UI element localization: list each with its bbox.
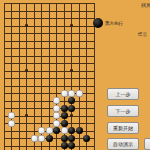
intersection-3-16[interactable] bbox=[23, 119, 31, 127]
intersection-3-8[interactable] bbox=[23, 59, 31, 67]
intersection-1-19[interactable] bbox=[8, 142, 16, 150]
intersection-3-15[interactable] bbox=[23, 112, 31, 120]
intersection-1-11[interactable] bbox=[8, 82, 16, 90]
intersection-9-5[interactable] bbox=[68, 37, 76, 45]
intersection-0-0[interactable] bbox=[0, 0, 8, 7]
intersection-4-8[interactable] bbox=[30, 59, 38, 67]
intersection-12-17[interactable] bbox=[90, 127, 98, 135]
black-stone bbox=[68, 135, 75, 142]
intersection-7-5[interactable] bbox=[53, 37, 61, 45]
intersection-5-18[interactable] bbox=[38, 134, 46, 142]
star-point bbox=[25, 114, 27, 116]
intersection-9-2[interactable] bbox=[68, 14, 76, 22]
intersection-9-12[interactable] bbox=[68, 89, 76, 97]
intersection-9-1[interactable] bbox=[68, 7, 76, 15]
intersection-0-17[interactable] bbox=[0, 127, 8, 135]
intersection-6-8[interactable] bbox=[45, 59, 53, 67]
star-point bbox=[70, 114, 72, 116]
intersection-0-12[interactable] bbox=[0, 89, 8, 97]
intersection-0-7[interactable] bbox=[0, 52, 8, 60]
intersection-1-17[interactable] bbox=[8, 127, 16, 135]
intersection-11-11[interactable] bbox=[83, 82, 91, 90]
intersection-5-4[interactable] bbox=[38, 29, 46, 37]
intersection-5-14[interactable] bbox=[38, 104, 46, 112]
intersection-3-19[interactable] bbox=[23, 142, 31, 150]
intersection-7-11[interactable] bbox=[53, 82, 61, 90]
intersection-6-19[interactable] bbox=[45, 142, 53, 150]
white-stone bbox=[61, 90, 68, 97]
go-app-screen: 黑方先行 残局 提示 上一步 下一步 重新开始 自动演示 bbox=[0, 0, 150, 150]
intersection-10-13[interactable] bbox=[75, 97, 83, 105]
intersection-2-16[interactable] bbox=[15, 119, 23, 127]
intersection-7-10[interactable] bbox=[53, 74, 61, 82]
intersection-5-9[interactable] bbox=[38, 67, 46, 75]
intersection-10-3[interactable] bbox=[75, 22, 83, 30]
intersection-1-5[interactable] bbox=[8, 37, 16, 45]
intersection-7-8[interactable] bbox=[53, 59, 61, 67]
intersection-4-13[interactable] bbox=[30, 97, 38, 105]
intersection-11-9[interactable] bbox=[83, 67, 91, 75]
intersection-7-4[interactable] bbox=[53, 29, 61, 37]
auto-demo-button[interactable]: 自动演示 bbox=[107, 138, 139, 150]
intersection-2-0[interactable] bbox=[15, 0, 23, 7]
intersection-0-3[interactable] bbox=[0, 22, 8, 30]
intersection-9-15[interactable] bbox=[68, 112, 76, 120]
intersection-4-4[interactable] bbox=[30, 29, 38, 37]
intersection-12-18[interactable] bbox=[90, 134, 98, 142]
intersection-4-5[interactable] bbox=[30, 37, 38, 45]
intersection-1-16[interactable] bbox=[8, 119, 16, 127]
white-stone bbox=[31, 135, 38, 142]
intersection-12-14[interactable] bbox=[90, 104, 98, 112]
intersection-10-19[interactable] bbox=[75, 142, 83, 150]
intersection-12-7[interactable] bbox=[90, 52, 98, 60]
intersection-3-12[interactable] bbox=[23, 89, 31, 97]
intersection-3-6[interactable] bbox=[23, 44, 31, 52]
intersection-7-12[interactable] bbox=[53, 89, 61, 97]
intersection-5-1[interactable] bbox=[38, 7, 46, 15]
intersection-7-17[interactable] bbox=[53, 127, 61, 135]
intersection-2-10[interactable] bbox=[15, 74, 23, 82]
intersection-2-12[interactable] bbox=[15, 89, 23, 97]
intersection-6-12[interactable] bbox=[45, 89, 53, 97]
intersection-1-14[interactable] bbox=[8, 104, 16, 112]
intersection-1-3[interactable] bbox=[8, 22, 16, 30]
intersection-3-18[interactable] bbox=[23, 134, 31, 142]
black-turn-stone-icon bbox=[93, 18, 103, 28]
star-point bbox=[70, 24, 72, 26]
intersection-9-7[interactable] bbox=[68, 52, 76, 60]
white-stone bbox=[53, 112, 60, 119]
intersection-4-3[interactable] bbox=[30, 22, 38, 30]
intersection-12-9[interactable] bbox=[90, 67, 98, 75]
intersection-10-8[interactable] bbox=[75, 59, 83, 67]
intersection-1-1[interactable] bbox=[8, 7, 16, 15]
intersection-5-19[interactable] bbox=[38, 142, 46, 150]
intersection-8-11[interactable] bbox=[60, 82, 68, 90]
intersection-11-4[interactable] bbox=[83, 29, 91, 37]
intersection-5-17[interactable] bbox=[38, 127, 46, 135]
intersection-8-16[interactable] bbox=[60, 119, 68, 127]
white-stone bbox=[46, 127, 53, 134]
intersection-0-14[interactable] bbox=[0, 104, 8, 112]
intersection-7-9[interactable] bbox=[53, 67, 61, 75]
intersection-2-1[interactable] bbox=[15, 7, 23, 15]
intersection-10-5[interactable] bbox=[75, 37, 83, 45]
intersection-3-10[interactable] bbox=[23, 74, 31, 82]
intersection-5-11[interactable] bbox=[38, 82, 46, 90]
intersection-12-12[interactable] bbox=[90, 89, 98, 97]
intersection-11-19[interactable] bbox=[83, 142, 91, 150]
intersection-0-1[interactable] bbox=[0, 7, 8, 15]
intersection-8-8[interactable] bbox=[60, 59, 68, 67]
intersection-2-15[interactable] bbox=[15, 112, 23, 120]
intersection-6-6[interactable] bbox=[45, 44, 53, 52]
intersection-12-13[interactable] bbox=[90, 97, 98, 105]
intersection-5-15[interactable] bbox=[38, 112, 46, 120]
intersection-4-1[interactable] bbox=[30, 7, 38, 15]
intersection-1-2[interactable] bbox=[8, 14, 16, 22]
black-stone bbox=[61, 112, 68, 119]
intersection-7-6[interactable] bbox=[53, 44, 61, 52]
intersection-4-17[interactable] bbox=[30, 127, 38, 135]
intersection-6-7[interactable] bbox=[45, 52, 53, 60]
intersection-1-13[interactable] bbox=[8, 97, 16, 105]
intersection-0-9[interactable] bbox=[0, 67, 8, 75]
white-stone bbox=[53, 120, 60, 127]
intersection-6-2[interactable] bbox=[45, 14, 53, 22]
intersection-7-7[interactable] bbox=[53, 52, 61, 60]
intersection-2-6[interactable] bbox=[15, 44, 23, 52]
intersection-3-7[interactable] bbox=[23, 52, 31, 60]
intersection-11-2[interactable] bbox=[83, 14, 91, 22]
intersection-12-0[interactable] bbox=[90, 0, 98, 7]
intersection-1-12[interactable] bbox=[8, 89, 16, 97]
intersection-7-0[interactable] bbox=[53, 0, 61, 7]
intersection-12-16[interactable] bbox=[90, 119, 98, 127]
intersection-4-19[interactable] bbox=[30, 142, 38, 150]
white-stone bbox=[38, 135, 45, 142]
intersection-2-5[interactable] bbox=[15, 37, 23, 45]
intersection-5-0[interactable] bbox=[38, 0, 46, 7]
intersection-8-18[interactable] bbox=[60, 134, 68, 142]
intersection-12-4[interactable] bbox=[90, 29, 98, 37]
intersection-8-9[interactable] bbox=[60, 67, 68, 75]
intersection-6-17[interactable] bbox=[45, 127, 53, 135]
go-board[interactable] bbox=[0, 0, 98, 149]
intersection-0-2[interactable] bbox=[0, 14, 8, 22]
redo-button[interactable]: 下一步 bbox=[107, 105, 139, 117]
intersection-1-18[interactable] bbox=[8, 134, 16, 142]
intersection-0-8[interactable] bbox=[0, 59, 8, 67]
intersection-6-16[interactable] bbox=[45, 119, 53, 127]
intersection-11-15[interactable] bbox=[83, 112, 91, 120]
intersection-10-0[interactable] bbox=[75, 0, 83, 7]
intersection-2-18[interactable] bbox=[15, 134, 23, 142]
white-stone bbox=[61, 127, 68, 134]
intersection-11-13[interactable] bbox=[83, 97, 91, 105]
intersection-6-10[interactable] bbox=[45, 74, 53, 82]
intersection-11-10[interactable] bbox=[83, 74, 91, 82]
intersection-4-12[interactable] bbox=[30, 89, 38, 97]
intersection-3-5[interactable] bbox=[23, 37, 31, 45]
intersection-4-0[interactable] bbox=[30, 0, 38, 7]
intersection-3-14[interactable] bbox=[23, 104, 31, 112]
intersection-4-9[interactable] bbox=[30, 67, 38, 75]
intersection-5-10[interactable] bbox=[38, 74, 46, 82]
intersection-0-6[interactable] bbox=[0, 44, 8, 52]
intersection-11-12[interactable] bbox=[83, 89, 91, 97]
clipped-edge-button[interactable] bbox=[144, 138, 150, 150]
intersection-10-10[interactable] bbox=[75, 74, 83, 82]
intersection-12-11[interactable] bbox=[90, 82, 98, 90]
intersection-8-12[interactable] bbox=[60, 89, 68, 97]
intersection-1-4[interactable] bbox=[8, 29, 16, 37]
intersection-1-15[interactable] bbox=[8, 112, 16, 120]
intersection-8-2[interactable] bbox=[60, 14, 68, 22]
intersection-2-4[interactable] bbox=[15, 29, 23, 37]
intersection-11-16[interactable] bbox=[83, 119, 91, 127]
intersection-5-13[interactable] bbox=[38, 97, 46, 105]
intersection-6-11[interactable] bbox=[45, 82, 53, 90]
intersection-10-1[interactable] bbox=[75, 7, 83, 15]
intersection-12-10[interactable] bbox=[90, 74, 98, 82]
black-stone bbox=[68, 127, 75, 134]
intersection-11-18[interactable] bbox=[83, 134, 91, 142]
intersection-2-8[interactable] bbox=[15, 59, 23, 67]
intersection-5-12[interactable] bbox=[38, 89, 46, 97]
intersection-10-16[interactable] bbox=[75, 119, 83, 127]
intersection-8-1[interactable] bbox=[60, 7, 68, 15]
intersection-11-7[interactable] bbox=[83, 52, 91, 60]
intersection-2-13[interactable] bbox=[15, 97, 23, 105]
intersection-10-17[interactable] bbox=[75, 127, 83, 135]
intersection-12-6[interactable] bbox=[90, 44, 98, 52]
intersection-0-11[interactable] bbox=[0, 82, 8, 90]
side-text: 提示 bbox=[138, 32, 147, 37]
intersection-7-16[interactable] bbox=[53, 119, 61, 127]
intersection-7-19[interactable] bbox=[53, 142, 61, 150]
star-point bbox=[25, 24, 27, 26]
white-stone bbox=[76, 90, 83, 97]
intersection-2-11[interactable] bbox=[15, 82, 23, 90]
black-stone bbox=[68, 105, 75, 112]
undo-button[interactable]: 上一步 bbox=[107, 88, 139, 100]
intersection-6-3[interactable] bbox=[45, 22, 53, 30]
intersection-4-2[interactable] bbox=[30, 14, 38, 22]
intersection-10-11[interactable] bbox=[75, 82, 83, 90]
intersection-9-6[interactable] bbox=[68, 44, 76, 52]
intersection-9-10[interactable] bbox=[68, 74, 76, 82]
intersection-6-9[interactable] bbox=[45, 67, 53, 75]
intersection-10-6[interactable] bbox=[75, 44, 83, 52]
intersection-9-19[interactable] bbox=[68, 142, 76, 150]
intersection-5-16[interactable] bbox=[38, 119, 46, 127]
intersection-2-9[interactable] bbox=[15, 67, 23, 75]
intersection-2-7[interactable] bbox=[15, 52, 23, 60]
intersection-0-16[interactable] bbox=[0, 119, 8, 127]
intersection-11-14[interactable] bbox=[83, 104, 91, 112]
intersection-11-0[interactable] bbox=[83, 0, 91, 7]
intersection-7-1[interactable] bbox=[53, 7, 61, 15]
intersection-8-4[interactable] bbox=[60, 29, 68, 37]
intersection-6-18[interactable] bbox=[45, 134, 53, 142]
intersection-3-3[interactable] bbox=[23, 22, 31, 30]
intersection-8-17[interactable] bbox=[60, 127, 68, 135]
intersection-3-1[interactable] bbox=[23, 7, 31, 15]
black-stone bbox=[68, 142, 75, 149]
intersection-6-14[interactable] bbox=[45, 104, 53, 112]
black-stone bbox=[68, 97, 75, 104]
intersection-7-2[interactable] bbox=[53, 14, 61, 22]
intersection-6-4[interactable] bbox=[45, 29, 53, 37]
intersection-1-9[interactable] bbox=[8, 67, 16, 75]
intersection-4-18[interactable] bbox=[30, 134, 38, 142]
intersection-8-13[interactable] bbox=[60, 97, 68, 105]
intersection-3-13[interactable] bbox=[23, 97, 31, 105]
intersection-3-0[interactable] bbox=[23, 0, 31, 7]
intersection-6-1[interactable] bbox=[45, 7, 53, 15]
black-stone bbox=[76, 127, 83, 134]
intersection-11-5[interactable] bbox=[83, 37, 91, 45]
black-stone bbox=[61, 120, 68, 127]
intersection-3-11[interactable] bbox=[23, 82, 31, 90]
intersection-4-16[interactable] bbox=[30, 119, 38, 127]
intersection-11-8[interactable] bbox=[83, 59, 91, 67]
white-stone bbox=[38, 127, 45, 134]
intersection-9-17[interactable] bbox=[68, 127, 76, 135]
black-stone bbox=[46, 135, 53, 142]
intersection-11-1[interactable] bbox=[83, 7, 91, 15]
intersection-11-6[interactable] bbox=[83, 44, 91, 52]
intersection-9-13[interactable] bbox=[68, 97, 76, 105]
intersection-9-4[interactable] bbox=[68, 29, 76, 37]
intersection-7-3[interactable] bbox=[53, 22, 61, 30]
intersection-6-13[interactable] bbox=[45, 97, 53, 105]
intersection-8-0[interactable] bbox=[60, 0, 68, 7]
black-stone bbox=[61, 105, 68, 112]
intersection-9-8[interactable] bbox=[68, 59, 76, 67]
intersection-9-16[interactable] bbox=[68, 119, 76, 127]
intersection-3-17[interactable] bbox=[23, 127, 31, 135]
intersection-8-10[interactable] bbox=[60, 74, 68, 82]
intersection-5-3[interactable] bbox=[38, 22, 46, 30]
intersection-8-7[interactable] bbox=[60, 52, 68, 60]
intersection-5-6[interactable] bbox=[38, 44, 46, 52]
black-stone bbox=[53, 127, 60, 134]
intersection-7-13[interactable] bbox=[53, 97, 61, 105]
intersection-8-6[interactable] bbox=[60, 44, 68, 52]
intersection-2-2[interactable] bbox=[15, 14, 23, 22]
intersection-0-5[interactable] bbox=[0, 37, 8, 45]
intersection-10-14[interactable] bbox=[75, 104, 83, 112]
intersection-11-3[interactable] bbox=[83, 22, 91, 30]
intersection-1-8[interactable] bbox=[8, 59, 16, 67]
intersection-6-15[interactable] bbox=[45, 112, 53, 120]
intersection-7-18[interactable] bbox=[53, 134, 61, 142]
intersection-10-18[interactable] bbox=[75, 134, 83, 142]
intersection-12-8[interactable] bbox=[90, 59, 98, 67]
restart-button[interactable]: 重新开始 bbox=[107, 122, 139, 134]
intersection-0-13[interactable] bbox=[0, 97, 8, 105]
intersection-10-2[interactable] bbox=[75, 14, 83, 22]
intersection-1-10[interactable] bbox=[8, 74, 16, 82]
intersection-0-19[interactable] bbox=[0, 142, 8, 150]
intersection-1-0[interactable] bbox=[8, 0, 16, 7]
intersection-5-7[interactable] bbox=[38, 52, 46, 60]
intersection-9-9[interactable] bbox=[68, 67, 76, 75]
star-point bbox=[25, 69, 27, 71]
intersection-3-4[interactable] bbox=[23, 29, 31, 37]
intersection-8-5[interactable] bbox=[60, 37, 68, 45]
intersection-7-15[interactable] bbox=[53, 112, 61, 120]
intersection-4-11[interactable] bbox=[30, 82, 38, 90]
white-stone bbox=[68, 90, 75, 97]
intersection-12-15[interactable] bbox=[90, 112, 98, 120]
intersection-12-1[interactable] bbox=[90, 7, 98, 15]
corner-text: 残局 bbox=[141, 2, 150, 8]
intersection-4-7[interactable] bbox=[30, 52, 38, 60]
intersection-10-7[interactable] bbox=[75, 52, 83, 60]
intersection-2-14[interactable] bbox=[15, 104, 23, 112]
intersection-10-15[interactable] bbox=[75, 112, 83, 120]
black-stone bbox=[61, 135, 68, 142]
intersection-9-0[interactable] bbox=[68, 0, 76, 7]
intersection-4-10[interactable] bbox=[30, 74, 38, 82]
intersection-5-2[interactable] bbox=[38, 14, 46, 22]
intersection-11-17[interactable] bbox=[83, 127, 91, 135]
intersection-0-18[interactable] bbox=[0, 134, 8, 142]
intersection-6-5[interactable] bbox=[45, 37, 53, 45]
intersection-1-6[interactable] bbox=[8, 44, 16, 52]
intersection-8-15[interactable] bbox=[60, 112, 68, 120]
intersection-5-8[interactable] bbox=[38, 59, 46, 67]
intersection-10-12[interactable] bbox=[75, 89, 83, 97]
intersection-2-3[interactable] bbox=[15, 22, 23, 30]
intersection-9-18[interactable] bbox=[68, 134, 76, 142]
white-stone bbox=[53, 97, 60, 104]
intersection-12-5[interactable] bbox=[90, 37, 98, 45]
intersection-7-14[interactable] bbox=[53, 104, 61, 112]
black-stone bbox=[61, 142, 68, 149]
intersection-0-15[interactable] bbox=[0, 112, 8, 120]
intersection-5-5[interactable] bbox=[38, 37, 46, 45]
intersection-9-11[interactable] bbox=[68, 82, 76, 90]
intersection-4-14[interactable] bbox=[30, 104, 38, 112]
intersection-4-6[interactable] bbox=[30, 44, 38, 52]
intersection-0-10[interactable] bbox=[0, 74, 8, 82]
intersection-2-19[interactable] bbox=[15, 142, 23, 150]
intersection-9-3[interactable] bbox=[68, 22, 76, 30]
intersection-10-9[interactable] bbox=[75, 67, 83, 75]
white-stone bbox=[8, 112, 15, 119]
intersection-8-14[interactable] bbox=[60, 104, 68, 112]
intersection-2-17[interactable] bbox=[15, 127, 23, 135]
intersection-12-19[interactable] bbox=[90, 142, 98, 150]
intersection-3-2[interactable] bbox=[23, 14, 31, 22]
intersection-3-9[interactable] bbox=[23, 67, 31, 75]
intersection-1-7[interactable] bbox=[8, 52, 16, 60]
white-stone bbox=[53, 105, 60, 112]
star-point bbox=[70, 69, 72, 71]
intersection-8-3[interactable] bbox=[60, 22, 68, 30]
intersection-9-14[interactable] bbox=[68, 104, 76, 112]
intersection-10-4[interactable] bbox=[75, 29, 83, 37]
intersection-6-0[interactable] bbox=[45, 0, 53, 7]
intersection-0-4[interactable] bbox=[0, 29, 8, 37]
intersection-8-19[interactable] bbox=[60, 142, 68, 150]
intersection-4-15[interactable] bbox=[30, 112, 38, 120]
